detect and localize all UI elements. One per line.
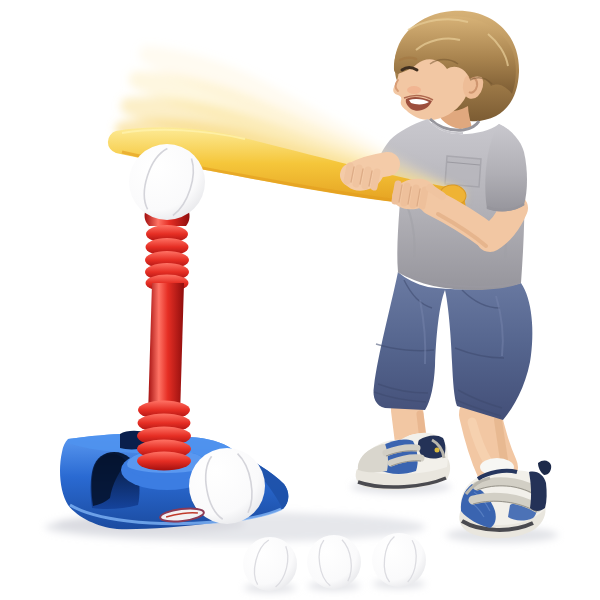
- finger: [422, 190, 425, 206]
- loose-ball-body: [243, 537, 297, 591]
- loose-balls: [243, 533, 426, 591]
- loose-ball-body: [307, 535, 361, 589]
- tee-ribs-upper: [145, 225, 189, 292]
- product-photo: [0, 0, 600, 600]
- loose-ball-2: [307, 535, 361, 589]
- ball-on-tee-body: [129, 144, 205, 220]
- loose-ball-1: [243, 537, 297, 591]
- finger: [395, 184, 398, 201]
- cheek-blush: [407, 86, 421, 94]
- finger: [356, 168, 359, 184]
- tee-pole: [148, 283, 184, 416]
- finger: [365, 170, 368, 186]
- tball-scene: [0, 0, 600, 600]
- finger: [347, 166, 350, 181]
- chest-pocket: [445, 156, 481, 187]
- tee-ribs-lower: [137, 401, 191, 471]
- loose-ball-3: [372, 533, 426, 587]
- finger: [404, 186, 407, 203]
- finger: [413, 188, 416, 205]
- finger: [374, 172, 377, 187]
- ball-on-tee: [129, 144, 205, 220]
- tee-rib: [137, 452, 191, 471]
- loose-ball-body: [372, 533, 426, 587]
- left-shoe-logo-dot: [435, 448, 440, 453]
